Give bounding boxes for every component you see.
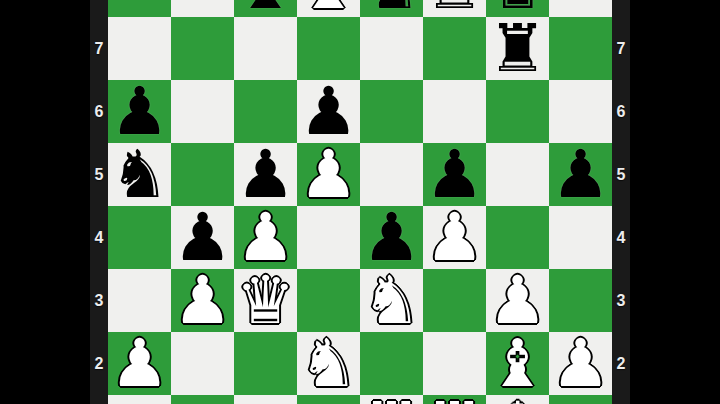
letterbox-right bbox=[630, 0, 720, 404]
square-d8[interactable]: ♝ bbox=[297, 0, 360, 17]
black-pawn-e4[interactable]: ♟ bbox=[362, 206, 421, 269]
square-e1[interactable]: ♜ bbox=[360, 395, 423, 404]
rank-label-3-left: 3 bbox=[90, 292, 108, 310]
rank-label-4-right: 4 bbox=[612, 229, 630, 247]
square-h7[interactable] bbox=[549, 17, 612, 80]
square-h1[interactable] bbox=[549, 395, 612, 404]
square-c2[interactable] bbox=[234, 332, 297, 395]
video-frame: 765432 765432 ♝♝♞♜♚♜♟♟♞♟♟♟♟♟♟♟♟♟♛♞♟♟♞♝♟♜… bbox=[0, 0, 720, 404]
square-b6[interactable] bbox=[171, 80, 234, 143]
square-f8[interactable]: ♜ bbox=[423, 0, 486, 17]
rank-label-strip-right: 765432 bbox=[612, 0, 630, 404]
square-f7[interactable] bbox=[423, 17, 486, 80]
square-g6[interactable] bbox=[486, 80, 549, 143]
black-knight-a5[interactable]: ♞ bbox=[110, 143, 169, 206]
white-king-g1[interactable]: ♚ bbox=[488, 395, 547, 404]
rank-label-4-left: 4 bbox=[90, 229, 108, 247]
square-h2[interactable]: ♟ bbox=[549, 332, 612, 395]
square-f5[interactable]: ♟ bbox=[423, 143, 486, 206]
rank-label-6-left: 6 bbox=[90, 103, 108, 121]
square-d3[interactable] bbox=[297, 269, 360, 332]
black-rook-f8[interactable]: ♜ bbox=[425, 0, 484, 17]
square-e3[interactable]: ♞ bbox=[360, 269, 423, 332]
square-d5[interactable]: ♟ bbox=[297, 143, 360, 206]
square-e8[interactable]: ♞ bbox=[360, 0, 423, 17]
square-f6[interactable] bbox=[423, 80, 486, 143]
square-c7[interactable] bbox=[234, 17, 297, 80]
white-pawn-g3[interactable]: ♟ bbox=[488, 269, 547, 332]
square-g4[interactable] bbox=[486, 206, 549, 269]
rank-label-2-right: 2 bbox=[612, 355, 630, 373]
square-g1[interactable]: ♚ bbox=[486, 395, 549, 404]
square-e7[interactable] bbox=[360, 17, 423, 80]
square-a7[interactable] bbox=[108, 17, 171, 80]
square-d2[interactable]: ♞ bbox=[297, 332, 360, 395]
white-pawn-h2[interactable]: ♟ bbox=[551, 332, 610, 395]
white-pawn-a2[interactable]: ♟ bbox=[110, 332, 169, 395]
black-pawn-a6[interactable]: ♟ bbox=[110, 80, 169, 143]
square-h5[interactable]: ♟ bbox=[549, 143, 612, 206]
square-b7[interactable] bbox=[171, 17, 234, 80]
square-d4[interactable] bbox=[297, 206, 360, 269]
square-a4[interactable] bbox=[108, 206, 171, 269]
square-g7[interactable]: ♜ bbox=[486, 17, 549, 80]
rank-label-3-right: 3 bbox=[612, 292, 630, 310]
square-d7[interactable] bbox=[297, 17, 360, 80]
rank-label-strip-left: 765432 bbox=[90, 0, 108, 404]
white-knight-e3[interactable]: ♞ bbox=[362, 269, 421, 332]
white-knight-d2[interactable]: ♞ bbox=[299, 332, 358, 395]
square-g3[interactable]: ♟ bbox=[486, 269, 549, 332]
white-queen-c3[interactable]: ♛ bbox=[236, 269, 295, 332]
square-a5[interactable]: ♞ bbox=[108, 143, 171, 206]
square-g2[interactable]: ♝ bbox=[486, 332, 549, 395]
square-d1[interactable] bbox=[297, 395, 360, 404]
rank-label-7-left: 7 bbox=[90, 40, 108, 58]
square-a1[interactable] bbox=[108, 395, 171, 404]
square-f4[interactable]: ♟ bbox=[423, 206, 486, 269]
square-e2[interactable] bbox=[360, 332, 423, 395]
square-a8[interactable] bbox=[108, 0, 171, 17]
square-c4[interactable]: ♟ bbox=[234, 206, 297, 269]
square-c1[interactable] bbox=[234, 395, 297, 404]
black-bishop-c8[interactable]: ♝ bbox=[236, 0, 295, 17]
white-rook-f1[interactable]: ♜ bbox=[425, 395, 484, 404]
square-b2[interactable] bbox=[171, 332, 234, 395]
square-c3[interactable]: ♛ bbox=[234, 269, 297, 332]
square-h8[interactable] bbox=[549, 0, 612, 17]
square-e4[interactable]: ♟ bbox=[360, 206, 423, 269]
white-rook-e1[interactable]: ♜ bbox=[362, 395, 421, 404]
square-a2[interactable]: ♟ bbox=[108, 332, 171, 395]
letterbox-left bbox=[0, 0, 90, 404]
chess-board: ♝♝♞♜♚♜♟♟♞♟♟♟♟♟♟♟♟♟♛♞♟♟♞♝♟♜♜♚ bbox=[108, 0, 612, 404]
square-a6[interactable]: ♟ bbox=[108, 80, 171, 143]
white-pawn-d5[interactable]: ♟ bbox=[299, 143, 358, 206]
square-a3[interactable] bbox=[108, 269, 171, 332]
square-d6[interactable]: ♟ bbox=[297, 80, 360, 143]
white-bishop-g2[interactable]: ♝ bbox=[488, 332, 547, 395]
square-f1[interactable]: ♜ bbox=[423, 395, 486, 404]
black-pawn-c5[interactable]: ♟ bbox=[236, 143, 295, 206]
square-e6[interactable] bbox=[360, 80, 423, 143]
black-knight-e8[interactable]: ♞ bbox=[362, 0, 421, 17]
rank-label-2-left: 2 bbox=[90, 355, 108, 373]
square-g5[interactable] bbox=[486, 143, 549, 206]
square-b1[interactable] bbox=[171, 395, 234, 404]
black-pawn-h5[interactable]: ♟ bbox=[551, 143, 610, 206]
rank-label-5-right: 5 bbox=[612, 166, 630, 184]
white-pawn-c4[interactable]: ♟ bbox=[236, 206, 295, 269]
square-b4[interactable]: ♟ bbox=[171, 206, 234, 269]
square-h6[interactable] bbox=[549, 80, 612, 143]
white-pawn-f4[interactable]: ♟ bbox=[425, 206, 484, 269]
rank-label-6-right: 6 bbox=[612, 103, 630, 121]
black-pawn-f5[interactable]: ♟ bbox=[425, 143, 484, 206]
square-b5[interactable] bbox=[171, 143, 234, 206]
black-pawn-d6[interactable]: ♟ bbox=[299, 80, 358, 143]
rank-label-7-right: 7 bbox=[612, 40, 630, 58]
square-f2[interactable] bbox=[423, 332, 486, 395]
white-pawn-b3[interactable]: ♟ bbox=[173, 269, 232, 332]
square-c5[interactable]: ♟ bbox=[234, 143, 297, 206]
square-e5[interactable] bbox=[360, 143, 423, 206]
square-c8[interactable]: ♝ bbox=[234, 0, 297, 17]
square-h4[interactable] bbox=[549, 206, 612, 269]
black-pawn-b4[interactable]: ♟ bbox=[173, 206, 232, 269]
rank-label-5-left: 5 bbox=[90, 166, 108, 184]
square-b3[interactable]: ♟ bbox=[171, 269, 234, 332]
square-c6[interactable] bbox=[234, 80, 297, 143]
black-rook-g7[interactable]: ♜ bbox=[488, 17, 547, 80]
white-bishop-d8[interactable]: ♝ bbox=[299, 0, 358, 17]
square-b8[interactable] bbox=[171, 0, 234, 17]
square-h3[interactable] bbox=[549, 269, 612, 332]
square-f3[interactable] bbox=[423, 269, 486, 332]
